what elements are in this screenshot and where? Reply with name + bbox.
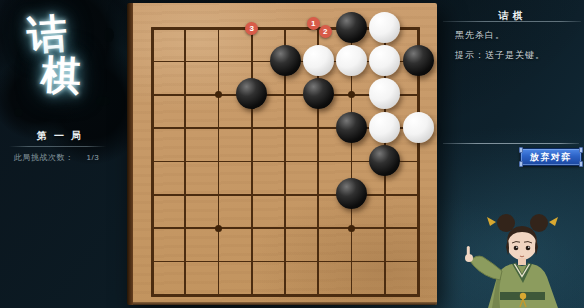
black-stone (303, 78, 334, 109)
star-point (215, 91, 222, 98)
pointing-finger (467, 246, 470, 256)
black-stone (336, 112, 367, 143)
puzzle-hint-text: 提示：送子是关键。 (455, 49, 545, 62)
attempts-label: 此局挑战次数： (14, 153, 74, 162)
game-screen: 诘 棋 第一局 此局挑战次数：1/3 321 诘棋 黑先杀白。 提示：送子是关键… (0, 0, 584, 308)
button-corner-ornament (579, 147, 583, 153)
ink-splatter (14, 108, 23, 117)
move-number-marker: 1 (307, 17, 320, 30)
hair-bun-right (530, 214, 548, 232)
attempts-counter: 此局挑战次数：1/3 (14, 152, 99, 163)
sash-knot (520, 293, 526, 299)
button-corner-ornament (519, 147, 523, 153)
neck (518, 258, 526, 265)
black-stone (336, 178, 367, 209)
star-point (348, 91, 355, 98)
white-stone (369, 78, 400, 109)
button-corner-ornament (579, 161, 583, 167)
white-stone (336, 45, 367, 76)
black-stone (369, 145, 400, 176)
move-number-marker: 2 (319, 25, 332, 38)
calligraphy-title-char-1: 诘 (26, 13, 69, 56)
resign-button[interactable]: 放弃对弈 (520, 148, 582, 166)
hair-ribbon-left (487, 217, 496, 226)
calligraphy-title-char-2: 棋 (40, 54, 82, 96)
eye-left (514, 246, 519, 251)
mouth (520, 256, 524, 257)
board-grid[interactable]: 321 (152, 28, 418, 295)
black-stone (270, 45, 301, 76)
resign-button-label: 放弃对弈 (530, 151, 572, 164)
white-stone (403, 112, 434, 143)
star-point (348, 225, 355, 232)
round-divider (9, 146, 106, 147)
move-number-marker: 3 (245, 22, 258, 35)
star-point (215, 225, 222, 232)
eye-glint (516, 247, 517, 248)
attempts-value: 1/3 (87, 153, 100, 162)
button-corner-ornament (519, 161, 523, 167)
white-stone (369, 12, 400, 43)
puzzle-objective-text: 黑先杀白。 (455, 29, 505, 42)
round-label: 第一局 (12, 129, 106, 143)
ink-splatter (104, 28, 114, 42)
ink-splatter (96, 96, 110, 106)
hair-ribbon-right (549, 217, 558, 226)
board-bottom-edge (133, 302, 437, 305)
grid-line-horizontal (151, 294, 420, 297)
grid-line-horizontal (151, 194, 420, 196)
black-stone (336, 12, 367, 43)
white-stone (303, 45, 334, 76)
panel-divider-bottom (443, 143, 579, 144)
eye-right (526, 246, 531, 251)
white-stone (369, 45, 400, 76)
panel-divider-top (443, 21, 581, 22)
black-stone (236, 78, 267, 109)
grid-line-horizontal (151, 227, 420, 229)
eye-glint (528, 247, 529, 248)
black-stone (403, 45, 434, 76)
white-stone (369, 112, 400, 143)
raised-sleeve-arm (470, 256, 502, 280)
go-board[interactable]: 321 (127, 3, 437, 305)
npc-child-character-portrait (450, 205, 584, 308)
